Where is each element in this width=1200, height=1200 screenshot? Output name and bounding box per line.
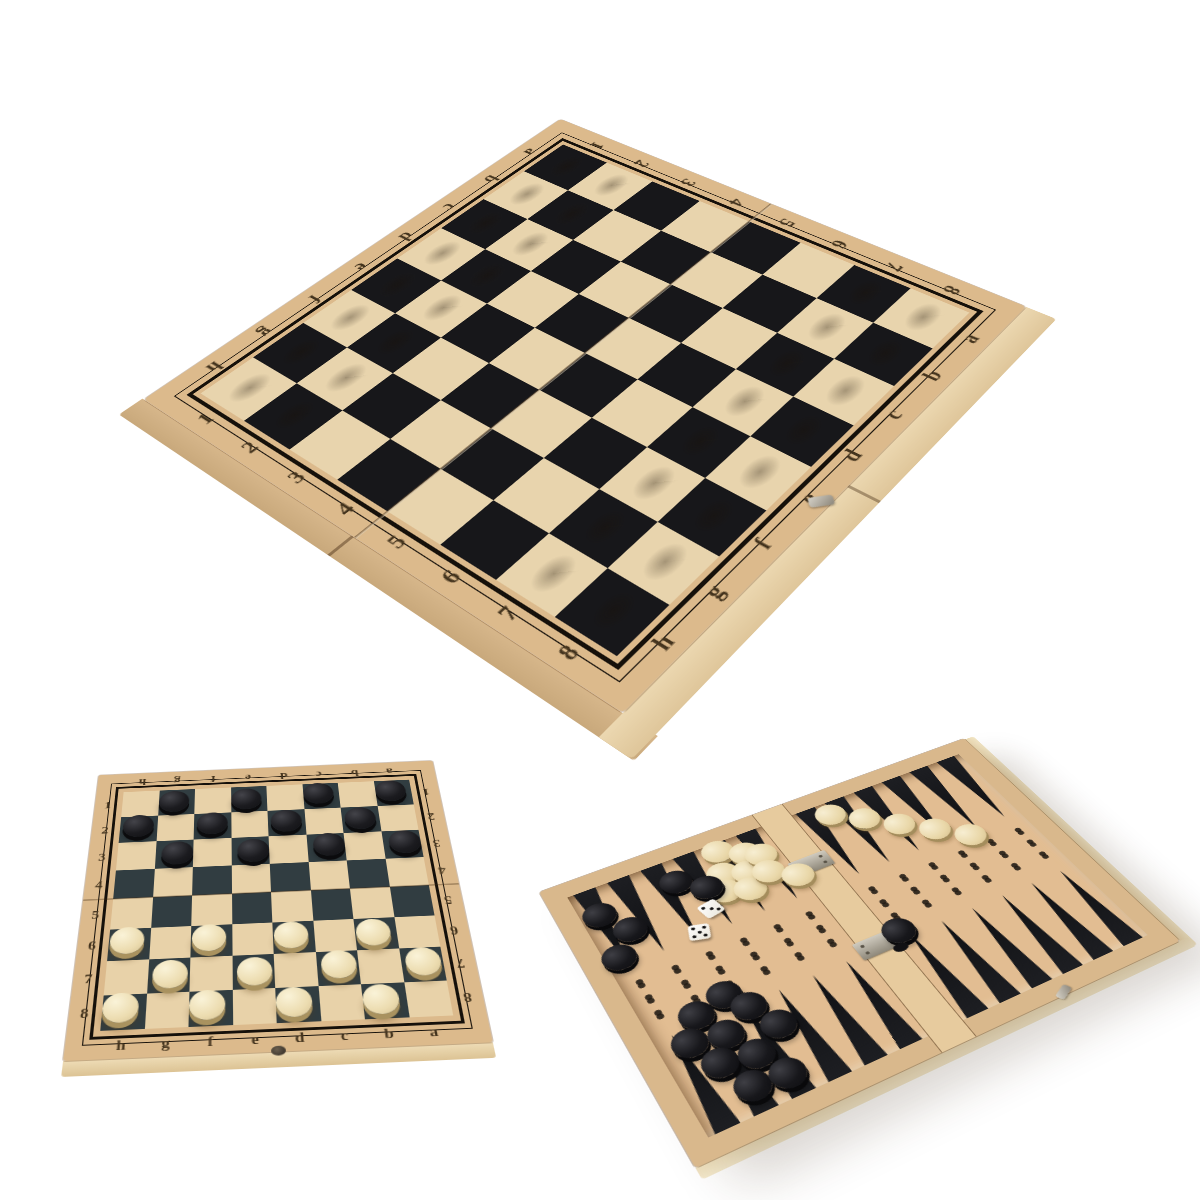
- die-pip: [692, 935, 697, 938]
- backgammon-peg-hole: [870, 888, 879, 894]
- hinge-screw: [865, 951, 871, 955]
- die-pip: [702, 926, 707, 929]
- checkers-rank-label-right-4: 4: [437, 864, 447, 877]
- checkers-square-f4: [192, 865, 231, 895]
- checkers-square-e4: [231, 863, 271, 893]
- checkers-file-label-bottom-f: f: [207, 1033, 213, 1049]
- backgammon-peg-hole: [942, 877, 951, 883]
- checkers-rank-label-left-4: 4: [94, 879, 103, 892]
- chess-board: 1122334455667788hhggffeeddccbbaa ♜♞♝♛♚♝♞…: [144, 119, 1026, 713]
- backgammon-peg-hole: [774, 927, 784, 934]
- backgammon-checker-white: [913, 815, 957, 843]
- checkers-square-a5: [389, 885, 434, 917]
- chess-fold-seam-edge: [327, 535, 354, 556]
- checkers-square-b1: [338, 781, 377, 807]
- backgammon-peg-hole: [881, 901, 891, 908]
- backgammon-peg-hole: [741, 940, 751, 947]
- checkers-rank-label-right-7: 7: [455, 955, 466, 970]
- checkers-file-label-top-h: h: [138, 776, 146, 787]
- checkers-rank-label-left-7: 7: [83, 971, 93, 986]
- backgammon-point-bottom: [962, 904, 1052, 989]
- checkers-square-f5: [191, 894, 232, 926]
- checkers-square-g6: [149, 926, 192, 960]
- checkers-rank-label-left-5: 5: [91, 908, 100, 921]
- checkers-rank-label-right-6: 6: [449, 923, 460, 937]
- checkers-square-a8: [404, 980, 453, 1017]
- checkers-square-d5: [271, 890, 313, 922]
- backgammon-point-bottom: [931, 917, 1020, 1004]
- backgammon-scene: [539, 739, 1180, 1168]
- backgammon-peg-hole: [751, 954, 761, 961]
- checkers-square-c2: [304, 807, 344, 834]
- checkers-square-b7: [357, 948, 404, 983]
- black-pawn-glyph: ♟: [263, 362, 319, 421]
- checkers-square-c6: [313, 919, 357, 953]
- checkers-file-label-bottom-g: g: [161, 1035, 170, 1052]
- backgammon-peg-hole: [682, 982, 692, 990]
- checkers-rank-label-left-1: 1: [104, 800, 112, 811]
- checkers-board: 1122334455667788hhggffeeddccbbaa: [99, 761, 433, 776]
- backgammon-box: [539, 739, 964, 893]
- checkers-square-g4: [153, 867, 193, 897]
- chess-fold-seam-edge2: [847, 485, 881, 503]
- checkers-file-label-bottom-c: c: [340, 1027, 349, 1043]
- checkers-file-label-top-b: b: [350, 767, 359, 777]
- checkers-rank-label-right-1: 1: [422, 786, 431, 797]
- checkers-file-label-top-d: d: [280, 770, 288, 780]
- backgammon-peg-hole: [911, 889, 920, 895]
- backgammon-peg-hole: [1016, 830, 1025, 836]
- checkers-square-d7: [274, 952, 318, 987]
- backgammon-checker-white: [949, 820, 993, 849]
- die-pip: [716, 907, 722, 911]
- checkers-square-a2: [377, 804, 418, 831]
- hinge-screw: [859, 944, 865, 948]
- checkers-square-a4: [385, 857, 429, 887]
- checkers-square-e8: [232, 988, 276, 1026]
- checkers-square-h4: [113, 868, 154, 898]
- die-pip: [703, 933, 708, 936]
- checkers-square-e5: [232, 892, 273, 924]
- backgammon-peg-hole: [818, 927, 828, 934]
- checkers-rank-label-left-8: 8: [79, 1006, 89, 1022]
- white-rook-glyph: ♜: [570, 538, 647, 618]
- checkers-file-label-top-g: g: [174, 775, 181, 785]
- checkers-square-e6: [232, 922, 274, 956]
- checkers-discs: [99, 761, 433, 776]
- die-pip: [708, 907, 714, 911]
- checkers-square-a6: [394, 915, 440, 948]
- backgammon-peg-hole: [930, 864, 939, 870]
- checkers-square-g5: [151, 895, 192, 927]
- checkers-square-b4: [347, 858, 390, 888]
- checkers-board-frame: 1122334455667788hhggffeeddccbbaa: [63, 761, 493, 1061]
- backgammon-peg-hole: [637, 982, 647, 990]
- checkers-file-label-bottom-b: b: [383, 1025, 395, 1042]
- backgammon-peg-hole: [971, 865, 980, 871]
- die-pip: [701, 907, 707, 911]
- backgammon-peg-hole: [785, 940, 795, 947]
- checkers-file-label-top-e: e: [245, 772, 251, 782]
- checkers-file-label-bottom-a: a: [428, 1023, 439, 1039]
- hinge-screw: [818, 855, 823, 858]
- backgammon-peg-hole: [900, 876, 909, 882]
- checkers-file-label-top-a: a: [385, 766, 393, 776]
- checkers-rank-label-right-3: 3: [432, 836, 442, 848]
- backgammon-point-bottom: [1022, 879, 1113, 960]
- checkers-square-h1: [121, 791, 159, 817]
- checkers-square-d1: [266, 784, 304, 810]
- backgammon-peg-hole: [807, 914, 817, 921]
- stage: 1122334455667788hhggffeeddccbbaa ♜♞♝♛♚♝♞…: [0, 0, 1200, 1200]
- checkers-rank-label-left-2: 2: [101, 825, 109, 836]
- backgammon-die-5: [688, 923, 712, 941]
- checkers-rank-label-right-5: 5: [443, 893, 453, 906]
- backgammon-peg-hole: [646, 997, 656, 1005]
- checkers-rank-label-right-2: 2: [426, 810, 435, 821]
- checkers-square-b5: [350, 887, 394, 919]
- backgammon-peg-hole: [1000, 853, 1009, 859]
- checkers-file-label-bottom-h: h: [116, 1037, 127, 1054]
- checkers-square-f1: [194, 787, 231, 813]
- checkers-square-g2: [156, 814, 194, 842]
- chess-scene: 1122334455667788hhggffeeddccbbaa ♜♞♝♛♚♝♞…: [277, 45, 892, 660]
- checkers-rank-label-left-6: 6: [87, 939, 96, 953]
- checkers-square-d3: [269, 835, 309, 864]
- checkers-file-label-top-f: f: [211, 773, 216, 783]
- backgammon-peg-hole: [1028, 841, 1037, 847]
- checkers-coordinate-labels: 1122334455667788hhggffeeddccbbaa: [99, 761, 433, 776]
- checkers-square-g8: [144, 991, 189, 1029]
- checkers-rank-label-right-8: 8: [462, 989, 473, 1005]
- checkers-square-e2: [231, 810, 269, 837]
- checkers-square-c5: [310, 889, 353, 921]
- checkers-square-h3: [116, 841, 156, 870]
- backgammon-peg-hole: [717, 968, 727, 975]
- checkers-rank-label-left-3: 3: [98, 851, 107, 863]
- backgammon-peg-hole: [672, 967, 682, 974]
- die-pip: [697, 930, 702, 933]
- checkers-square-d4: [270, 862, 311, 892]
- checkers-file-label-bottom-e: e: [251, 1031, 259, 1048]
- checkers-square-h7: [104, 959, 149, 995]
- backgammon-peg-hole: [988, 841, 997, 847]
- checkers-square-c8: [318, 984, 365, 1021]
- checkers-scene: 1122334455667788hhggffeeddccbbaa: [63, 761, 493, 1061]
- backgammon-point-bottom: [992, 891, 1083, 974]
- checkers-file-label-bottom-d: d: [295, 1029, 305, 1046]
- backgammon-peg-hole: [959, 852, 968, 858]
- checkers-square-h5: [110, 897, 152, 929]
- hinge-screw: [823, 860, 828, 864]
- backgammon-peg-hole: [707, 954, 717, 961]
- checkers-square-b3: [344, 831, 386, 860]
- checkers-file-label-top-c: c: [316, 769, 323, 779]
- checkers-square-c4: [308, 860, 350, 890]
- checkers-square-f3: [193, 838, 231, 867]
- checkers-square-f7: [189, 956, 232, 992]
- die-pip: [691, 927, 696, 930]
